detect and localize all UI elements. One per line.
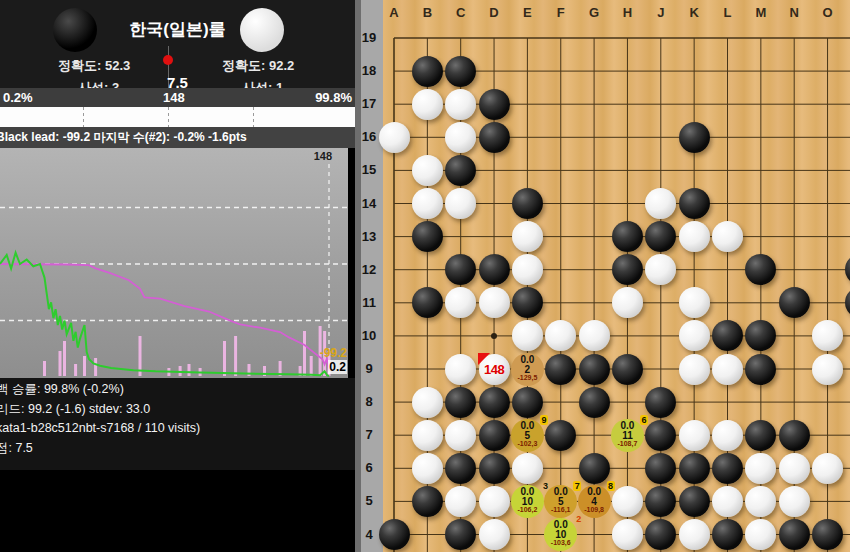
row-label-19: 19 <box>358 30 380 45</box>
stone-white-K9[interactable] <box>679 354 710 385</box>
row-label-5: 5 <box>358 493 380 508</box>
row-label-13: 13 <box>358 229 380 244</box>
stone-white-B6[interactable] <box>412 453 443 484</box>
black-accuracy: 정확도: 52.3 <box>58 57 130 75</box>
row-label-7: 7 <box>358 427 380 442</box>
stone-white-O9[interactable] <box>812 354 843 385</box>
suggestion-F4[interactable]: 0.010-103,62 <box>544 518 577 551</box>
stone-white-E6[interactable] <box>512 453 543 484</box>
stone-white-B7[interactable] <box>412 420 443 451</box>
stone-black-D16[interactable] <box>479 122 510 153</box>
stone-black-A4[interactable] <box>379 519 410 550</box>
graph-winrate-end-label: 0.2 <box>328 360 347 374</box>
stone-white-L13[interactable] <box>712 221 743 252</box>
row-label-12: 12 <box>358 262 380 277</box>
stone-black-E8[interactable] <box>512 387 543 418</box>
row-label-18: 18 <box>358 63 380 78</box>
stone-white-D5[interactable] <box>479 486 510 517</box>
stone-black-D12[interactable] <box>479 254 510 285</box>
star-point-D10 <box>491 333 497 339</box>
row-label-17: 17 <box>358 96 380 111</box>
stone-white-C9[interactable] <box>445 354 476 385</box>
stone-black-D7[interactable] <box>479 420 510 451</box>
stone-black-H9[interactable] <box>612 354 643 385</box>
stone-white-B8[interactable] <box>412 387 443 418</box>
graph-move-label: 148 <box>314 150 332 162</box>
stone-black-O4[interactable] <box>812 519 843 550</box>
stone-white-H5[interactable] <box>612 486 643 517</box>
stone-white-B15[interactable] <box>412 155 443 186</box>
col-label-J: J <box>651 5 671 20</box>
info-engine-line: kata1-b28c512nbt-s7168 / 110 visits) <box>0 419 355 439</box>
white-accuracy: 정확도: 92.2 <box>222 57 294 75</box>
stone-black-K16[interactable] <box>679 122 710 153</box>
row-label-11: 11 <box>358 295 380 310</box>
stone-black-D6[interactable] <box>479 453 510 484</box>
graph-canvas[interactable] <box>0 148 348 378</box>
stone-black-B13[interactable] <box>412 221 443 252</box>
row-label-15: 15 <box>358 162 380 177</box>
stone-white-C7[interactable] <box>445 420 476 451</box>
stone-white-K7[interactable] <box>679 420 710 451</box>
stone-black-J8[interactable] <box>645 387 676 418</box>
stone-white-K11[interactable] <box>679 287 710 318</box>
last-move-number: 148 <box>479 362 510 377</box>
stone-black-D17[interactable] <box>479 89 510 120</box>
row-label-14: 14 <box>358 196 380 211</box>
stone-white-E12[interactable] <box>512 254 543 285</box>
suggestion-E7[interactable]: 0.05-102,39 <box>511 419 544 452</box>
graph-score-end-label: -99.2 <box>320 346 347 360</box>
komi-marker-dot <box>163 55 173 65</box>
stone-white-N5[interactable] <box>779 486 810 517</box>
stone-white-L9[interactable] <box>712 354 743 385</box>
col-label-C: C <box>451 5 471 20</box>
stone-black-L6[interactable] <box>712 453 743 484</box>
stone-white-N6[interactable] <box>779 453 810 484</box>
stone-black-M7[interactable] <box>745 420 776 451</box>
stone-black-F7[interactable] <box>545 420 576 451</box>
winrate-graph[interactable]: 148 -99.2 0.2 <box>0 148 348 378</box>
suggestion-H7[interactable]: 0.011-108,76 <box>611 419 644 452</box>
stone-white-D11[interactable] <box>479 287 510 318</box>
stone-white-C14[interactable] <box>445 188 476 219</box>
winrate-bar: 0.2% 148 99.8% <box>0 88 355 107</box>
stone-black-K5[interactable] <box>679 486 710 517</box>
stone-black-C4[interactable] <box>445 519 476 550</box>
info-lead-line: 리드: 99.2 (-1.6) stdev: 33.0 <box>0 400 355 420</box>
stone-white-O6[interactable] <box>812 453 843 484</box>
col-label-O: O <box>818 5 838 20</box>
col-label-G: G <box>584 5 604 20</box>
stone-white-K4[interactable] <box>679 519 710 550</box>
tick-strip <box>0 107 355 127</box>
stone-white-K10[interactable] <box>679 320 710 351</box>
col-label-L: L <box>718 5 738 20</box>
stone-black-D8[interactable] <box>479 387 510 418</box>
row-label-6: 6 <box>358 460 380 475</box>
black-winrate: 0.2% <box>0 90 36 105</box>
stone-black-G6[interactable] <box>579 453 610 484</box>
col-label-A: A <box>384 5 404 20</box>
stone-black-H13[interactable] <box>612 221 643 252</box>
stone-black-B5[interactable] <box>412 486 443 517</box>
engine-info-block: 백 승률: 99.8% (-0.2%) 리드: 99.2 (-1.6) stde… <box>0 378 355 470</box>
stone-white-C5[interactable] <box>445 486 476 517</box>
stone-black-N7[interactable] <box>779 420 810 451</box>
move-number: 148 <box>160 90 188 105</box>
half-tick <box>168 107 169 127</box>
analysis-panel: 한국(일본)룰 정확도: 52.3 정확도: 92.2 사석: 3 사석: 1 … <box>0 0 355 552</box>
row-label-9: 9 <box>358 361 380 376</box>
stone-white-M6[interactable] <box>745 453 776 484</box>
col-label-D: D <box>484 5 504 20</box>
stone-white-B17[interactable] <box>412 89 443 120</box>
stone-black-C18[interactable] <box>445 56 476 87</box>
col-label-E: E <box>517 5 537 20</box>
row-label-10: 10 <box>358 328 380 343</box>
stone-black-J7[interactable] <box>645 420 676 451</box>
col-label-F: F <box>551 5 571 20</box>
suggestion-E9[interactable]: 0.02-129,5 <box>511 353 544 386</box>
stone-white-E13[interactable] <box>512 221 543 252</box>
stone-white-A16[interactable] <box>379 122 410 153</box>
stone-white-H4[interactable] <box>612 519 643 550</box>
ruleset-title: 한국(일본)룰 <box>0 18 355 41</box>
stone-black-K14[interactable] <box>679 188 710 219</box>
stone-white-L7[interactable] <box>712 420 743 451</box>
stone-black-L4[interactable] <box>712 519 743 550</box>
suggestion-G5[interactable]: 0.04-109,88 <box>578 485 611 518</box>
stone-black-C15[interactable] <box>445 155 476 186</box>
stone-black-B18[interactable] <box>412 56 443 87</box>
quarter-tick <box>253 107 254 127</box>
row-label-16: 16 <box>358 129 380 144</box>
suggestion-E5[interactable]: 0.010-106,23 <box>511 485 544 518</box>
stone-black-E14[interactable] <box>512 188 543 219</box>
player-stats-header: 한국(일본)룰 정확도: 52.3 정확도: 92.2 사석: 3 사석: 1 … <box>0 0 355 88</box>
go-analysis-app: 한국(일본)룰 정확도: 52.3 정확도: 92.2 사석: 3 사석: 1 … <box>0 0 850 552</box>
stone-black-J6[interactable] <box>645 453 676 484</box>
stone-black-G8[interactable] <box>579 387 610 418</box>
stone-white-C17[interactable] <box>445 89 476 120</box>
stone-white-D4[interactable] <box>479 519 510 550</box>
col-label-K: K <box>684 5 704 20</box>
col-label-N: N <box>784 5 804 20</box>
stone-black-K6[interactable] <box>679 453 710 484</box>
stone-black-C6[interactable] <box>445 453 476 484</box>
stone-black-C8[interactable] <box>445 387 476 418</box>
white-winrate: 99.8% <box>312 90 355 105</box>
stone-black-G9[interactable] <box>579 354 610 385</box>
stone-white-K13[interactable] <box>679 221 710 252</box>
stone-black-H12[interactable] <box>612 254 643 285</box>
stone-black-B11[interactable] <box>412 287 443 318</box>
stone-black-N4[interactable] <box>779 519 810 550</box>
stone-white-L5[interactable] <box>712 486 743 517</box>
stone-black-M9[interactable] <box>745 354 776 385</box>
col-label-M: M <box>751 5 771 20</box>
stone-black-F9[interactable] <box>545 354 576 385</box>
info-winrate-line: 백 승률: 99.8% (-0.2%) <box>0 380 355 400</box>
suggestion-F5[interactable]: 0.05-116,17 <box>544 485 577 518</box>
lead-status-text: Black lead: -99.2 마지막 수(#2): -0.2% -1.6p… <box>0 127 355 148</box>
stone-white-C16[interactable] <box>445 122 476 153</box>
stone-white-G10[interactable] <box>579 320 610 351</box>
go-board[interactable]: ABCDEFGHJKLMNO19181716151413121110987654… <box>355 0 850 552</box>
col-label-B: B <box>417 5 437 20</box>
row-label-4: 4 <box>358 527 380 542</box>
quarter-tick <box>83 107 84 127</box>
col-label-H: H <box>617 5 637 20</box>
row-label-8: 8 <box>358 394 380 409</box>
stone-black-E11[interactable] <box>512 287 543 318</box>
stone-black-N11[interactable] <box>779 287 810 318</box>
stone-white-B14[interactable] <box>412 188 443 219</box>
lead-status-bar: Black lead: -99.2 마지막 수(#2): -0.2% -1.6p… <box>0 127 355 148</box>
info-komi-line: 점: 7.5 <box>0 439 355 459</box>
stone-black-J5[interactable] <box>645 486 676 517</box>
